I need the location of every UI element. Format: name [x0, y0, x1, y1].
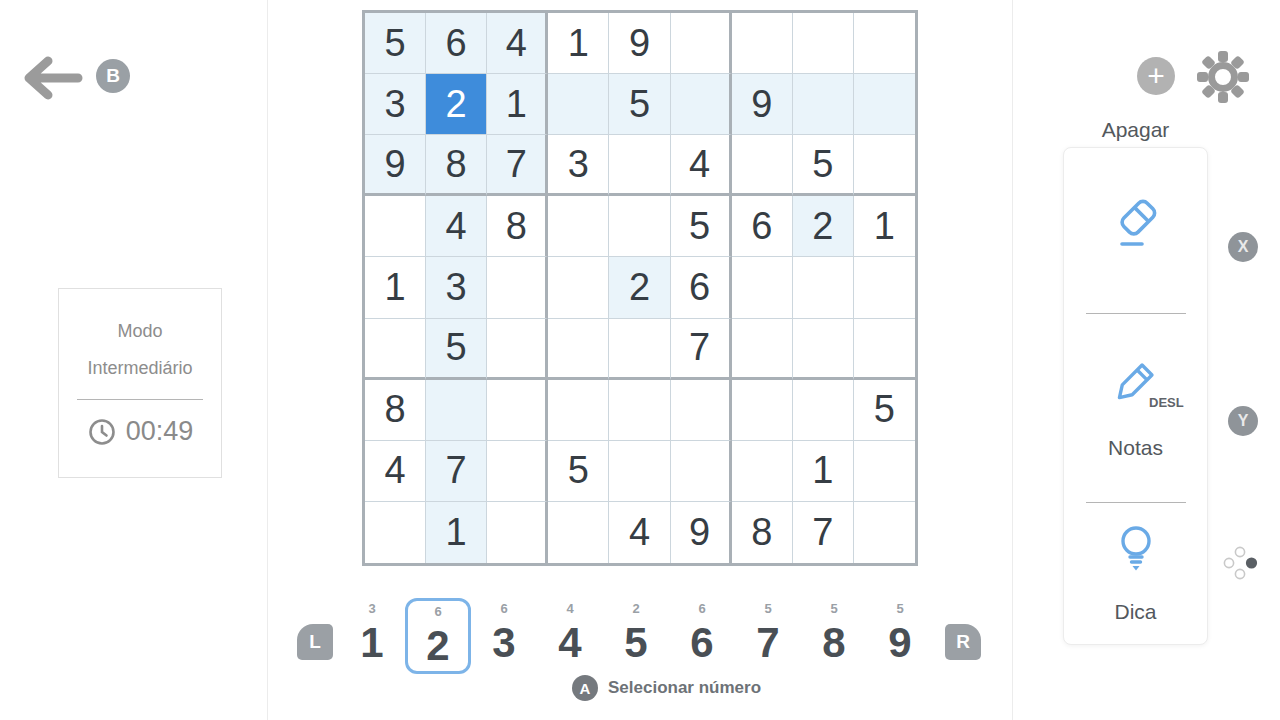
sudoku-cell-r8c8[interactable]: 1: [793, 441, 854, 502]
sudoku-cell-r4c7[interactable]: 6: [732, 196, 793, 257]
sudoku-cell-r2c8[interactable]: [793, 74, 854, 135]
l-shoulder-button[interactable]: L: [297, 624, 333, 660]
hint-button[interactable]: Dica: [1064, 600, 1207, 624]
remaining-count: 4: [566, 600, 573, 618]
sudoku-cell-r8c6[interactable]: [671, 441, 732, 502]
remaining-count: 2: [632, 600, 639, 618]
sudoku-cell-r5c6[interactable]: 6: [671, 257, 732, 318]
timer-row: 00:49: [59, 416, 221, 447]
digit-label: 8: [822, 618, 845, 668]
remaining-count: 5: [896, 600, 903, 618]
digit-label: 5: [624, 618, 647, 668]
difficulty-label: Intermediário: [59, 358, 221, 379]
sudoku-cell-r7c4[interactable]: [548, 380, 609, 441]
sudoku-cell-r1c3[interactable]: 4: [487, 13, 548, 74]
digit-label: 2: [426, 621, 449, 671]
sudoku-cell-r1c4[interactable]: 1: [548, 13, 609, 74]
y-button-badge: Y: [1228, 406, 1258, 436]
sudoku-cell-r9c4[interactable]: [548, 502, 609, 563]
sudoku-cell-r2c4[interactable]: [548, 74, 609, 135]
numpad-digit-7[interactable]: 57: [735, 598, 801, 674]
sudoku-board: 564193215998734548562113265785475114987: [362, 10, 918, 566]
remaining-count: 3: [368, 600, 375, 618]
remaining-count: 6: [698, 600, 705, 618]
sudoku-cell-r8c4[interactable]: 5: [548, 441, 609, 502]
sudoku-cell-r6c6[interactable]: 7: [671, 319, 732, 380]
remaining-count: 6: [434, 603, 441, 621]
sudoku-cell-r6c3[interactable]: [487, 319, 548, 380]
sudoku-cell-r3c1[interactable]: 9: [365, 135, 426, 196]
sudoku-cell-r3c8[interactable]: 5: [793, 135, 854, 196]
sudoku-cell-r2c2[interactable]: 2: [426, 74, 487, 135]
sudoku-cell-r4c1[interactable]: [365, 196, 426, 257]
sudoku-cell-r9c9[interactable]: [854, 502, 915, 563]
lightbulb-icon[interactable]: [1108, 522, 1164, 578]
sudoku-cell-r3c2[interactable]: 8: [426, 135, 487, 196]
sudoku-cell-r1c2[interactable]: 6: [426, 13, 487, 74]
a-button-badge: A: [572, 675, 598, 701]
remaining-count: 5: [764, 600, 771, 618]
notes-button[interactable]: Notas: [1064, 436, 1207, 460]
remaining-count: 5: [830, 600, 837, 618]
sudoku-cell-r6c8[interactable]: [793, 319, 854, 380]
sudoku-cell-r6c2[interactable]: 5: [426, 319, 487, 380]
sudoku-cell-r5c7[interactable]: [732, 257, 793, 318]
sudoku-cell-r5c8[interactable]: [793, 257, 854, 318]
right-panel-separator: [1012, 0, 1013, 720]
numpad-digit-5[interactable]: 25: [603, 598, 669, 674]
eraser-icon[interactable]: [1107, 196, 1165, 254]
sudoku-cell-r2c3[interactable]: 1: [487, 74, 548, 135]
digit-label: 1: [360, 618, 383, 668]
sudoku-cell-r9c1[interactable]: [365, 502, 426, 563]
numpad-digit-4[interactable]: 44: [537, 598, 603, 674]
sudoku-cell-r5c2[interactable]: 3: [426, 257, 487, 318]
numpad-digit-1[interactable]: 31: [339, 598, 405, 674]
sudoku-cell-r2c1[interactable]: 3: [365, 74, 426, 135]
digit-label: 6: [690, 618, 713, 668]
sudoku-cell-r2c5[interactable]: 5: [609, 74, 670, 135]
sudoku-cell-r8c2[interactable]: 7: [426, 441, 487, 502]
sudoku-cell-r9c6[interactable]: 9: [671, 502, 732, 563]
sudoku-cell-r5c3[interactable]: [487, 257, 548, 318]
mode-card-divider: [77, 399, 203, 400]
erase-button[interactable]: Apagar: [1064, 118, 1207, 142]
sudoku-cell-r2c7[interactable]: 9: [732, 74, 793, 135]
sudoku-cell-r3c7[interactable]: [732, 135, 793, 196]
sudoku-cell-r7c7[interactable]: [732, 380, 793, 441]
sudoku-cell-r9c3[interactable]: [487, 502, 548, 563]
numpad-digit-6[interactable]: 66: [669, 598, 735, 674]
sudoku-cell-r9c5[interactable]: 4: [609, 502, 670, 563]
digit-label: 9: [888, 618, 911, 668]
sudoku-cell-r4c2[interactable]: 4: [426, 196, 487, 257]
sudoku-cell-r4c4[interactable]: [548, 196, 609, 257]
sudoku-cell-r7c1[interactable]: 8: [365, 380, 426, 441]
sudoku-cell-r2c9[interactable]: [854, 74, 915, 135]
settings-gear-icon[interactable]: [1197, 51, 1249, 103]
sudoku-cell-r6c1[interactable]: [365, 319, 426, 380]
sudoku-cell-r4c8[interactable]: 2: [793, 196, 854, 257]
mode-card: Modo Intermediário 00:49: [58, 288, 222, 478]
tools-panel: Apagar DESL Notas Dica: [1063, 147, 1208, 645]
left-panel-separator: [267, 0, 268, 720]
x-button-badge: X: [1228, 232, 1258, 262]
sudoku-cell-r8c3[interactable]: [487, 441, 548, 502]
numpad-digit-2[interactable]: 62: [405, 598, 471, 674]
sudoku-cell-r3c9[interactable]: [854, 135, 915, 196]
sudoku-cell-r7c2[interactable]: [426, 380, 487, 441]
sudoku-cell-r4c9[interactable]: 1: [854, 196, 915, 257]
sudoku-cell-r5c4[interactable]: [548, 257, 609, 318]
sudoku-cell-r7c5[interactable]: [609, 380, 670, 441]
numpad-digit-3[interactable]: 63: [471, 598, 537, 674]
sudoku-cell-r5c9[interactable]: [854, 257, 915, 318]
number-pad: 316263442566575859: [339, 598, 933, 674]
hint-label: Selecionar número: [608, 678, 761, 698]
sudoku-cell-r1c9[interactable]: [854, 13, 915, 74]
remaining-count: 6: [500, 600, 507, 618]
sudoku-cell-r9c7[interactable]: 8: [732, 502, 793, 563]
hint-row: A Selecionar número: [572, 675, 761, 701]
mode-title: Modo: [59, 321, 221, 342]
sudoku-cell-r1c7[interactable]: [732, 13, 793, 74]
sudoku-cell-r4c5[interactable]: [609, 196, 670, 257]
sudoku-cell-r9c8[interactable]: 7: [793, 502, 854, 563]
sudoku-cell-r6c4[interactable]: [548, 319, 609, 380]
numpad-digit-9[interactable]: 59: [867, 598, 933, 674]
panel-divider: [1086, 502, 1186, 503]
sudoku-cell-r7c3[interactable]: [487, 380, 548, 441]
timer-value: 00:49: [126, 416, 194, 447]
sudoku-cell-r9c2[interactable]: 1: [426, 502, 487, 563]
sudoku-cell-r6c7[interactable]: [732, 319, 793, 380]
sudoku-cell-r3c6[interactable]: 4: [671, 135, 732, 196]
digit-label: 4: [558, 618, 581, 668]
sudoku-cell-r3c5[interactable]: [609, 135, 670, 196]
sudoku-cell-r8c5[interactable]: [609, 441, 670, 502]
sudoku-cell-r6c5[interactable]: [609, 319, 670, 380]
sudoku-cell-r7c9[interactable]: 5: [854, 380, 915, 441]
plus-button[interactable]: +: [1137, 57, 1175, 95]
sudoku-cell-r3c4[interactable]: 3: [548, 135, 609, 196]
sudoku-cell-r7c8[interactable]: [793, 380, 854, 441]
sudoku-cell-r2c6[interactable]: [671, 74, 732, 135]
sudoku-cell-r1c5[interactable]: 9: [609, 13, 670, 74]
sudoku-cell-r1c8[interactable]: [793, 13, 854, 74]
clock-icon: [87, 417, 117, 447]
digit-label: 3: [492, 618, 515, 668]
r-shoulder-button[interactable]: R: [945, 624, 981, 660]
b-button-badge: B: [96, 59, 130, 93]
sudoku-cell-r1c1[interactable]: 5: [365, 13, 426, 74]
sudoku-cell-r8c1[interactable]: 4: [365, 441, 426, 502]
sudoku-cell-r6c9[interactable]: [854, 319, 915, 380]
sudoku-cell-r5c5[interactable]: 2: [609, 257, 670, 318]
sudoku-cell-r5c1[interactable]: 1: [365, 257, 426, 318]
back-arrow-icon[interactable]: [14, 52, 86, 104]
right-stick-icon: [1221, 544, 1259, 582]
sudoku-cell-r8c9[interactable]: [854, 441, 915, 502]
digit-label: 7: [756, 618, 779, 668]
sudoku-cell-r3c3[interactable]: 7: [487, 135, 548, 196]
notes-state-tag: DESL: [1149, 395, 1184, 410]
sudoku-cell-r4c6[interactable]: 5: [671, 196, 732, 257]
panel-divider: [1086, 313, 1186, 314]
sudoku-cell-r7c6[interactable]: [671, 380, 732, 441]
numpad-digit-8[interactable]: 58: [801, 598, 867, 674]
sudoku-cell-r8c7[interactable]: [732, 441, 793, 502]
sudoku-cell-r4c3[interactable]: 8: [487, 196, 548, 257]
sudoku-cell-r1c6[interactable]: [671, 13, 732, 74]
